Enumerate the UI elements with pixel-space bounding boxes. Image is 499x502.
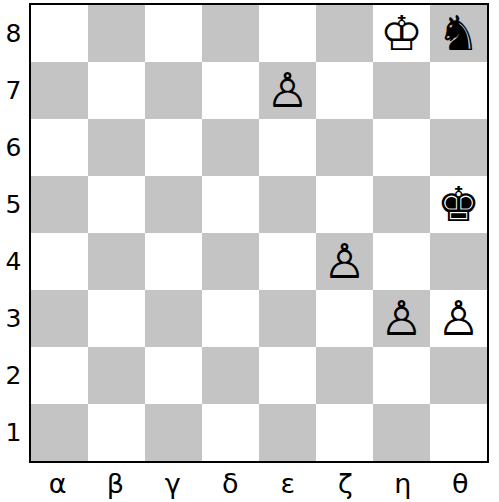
square-c7[interactable]: [145, 62, 202, 119]
piece-white-pawn[interactable]: ♙: [259, 62, 316, 119]
square-g8[interactable]: ♔: [373, 5, 430, 62]
file-label-a: α: [29, 464, 87, 502]
square-g7[interactable]: [373, 62, 430, 119]
piece-white-pawn[interactable]: ♙: [373, 290, 430, 347]
square-d7[interactable]: [202, 62, 259, 119]
square-e1[interactable]: [259, 404, 316, 461]
square-a2[interactable]: [31, 347, 88, 404]
piece-white-pawn[interactable]: ♙: [430, 290, 487, 347]
square-e7[interactable]: ♙: [259, 62, 316, 119]
square-h5[interactable]: ♚: [430, 176, 487, 233]
square-d5[interactable]: [202, 176, 259, 233]
square-f2[interactable]: [316, 347, 373, 404]
file-label-c: γ: [144, 464, 202, 502]
square-f8[interactable]: [316, 5, 373, 62]
square-h2[interactable]: [430, 347, 487, 404]
square-e4[interactable]: [259, 233, 316, 290]
square-e6[interactable]: [259, 119, 316, 176]
square-a5[interactable]: [31, 176, 88, 233]
square-g6[interactable]: [373, 119, 430, 176]
square-h1[interactable]: [430, 404, 487, 461]
square-g2[interactable]: [373, 347, 430, 404]
square-c6[interactable]: [145, 119, 202, 176]
file-label-h: θ: [432, 464, 490, 502]
square-g1[interactable]: [373, 404, 430, 461]
rank-label-5: 5: [0, 176, 27, 233]
rank-label-6: 6: [0, 119, 27, 176]
square-c8[interactable]: [145, 5, 202, 62]
square-b8[interactable]: [88, 5, 145, 62]
square-e3[interactable]: [259, 290, 316, 347]
chess-board[interactable]: ♔♞♙♚♙♙♙: [29, 3, 489, 463]
square-a3[interactable]: [31, 290, 88, 347]
square-h8[interactable]: ♞: [430, 5, 487, 62]
square-a4[interactable]: [31, 233, 88, 290]
rank-label-1: 1: [0, 404, 27, 461]
square-f7[interactable]: [316, 62, 373, 119]
file-label-b: β: [87, 464, 145, 502]
piece-black-king[interactable]: ♚: [430, 176, 487, 233]
square-a8[interactable]: [31, 5, 88, 62]
square-b7[interactable]: [88, 62, 145, 119]
piece-black-knight[interactable]: ♞: [430, 5, 487, 62]
piece-white-king[interactable]: ♔: [373, 5, 430, 62]
rank-label-3: 3: [0, 290, 27, 347]
square-c3[interactable]: [145, 290, 202, 347]
square-h4[interactable]: [430, 233, 487, 290]
file-label-g: η: [374, 464, 432, 502]
square-e2[interactable]: [259, 347, 316, 404]
square-d1[interactable]: [202, 404, 259, 461]
square-h6[interactable]: [430, 119, 487, 176]
file-label-f: ζ: [317, 464, 375, 502]
square-c4[interactable]: [145, 233, 202, 290]
square-b2[interactable]: [88, 347, 145, 404]
rank-label-7: 7: [0, 62, 27, 119]
square-f4[interactable]: ♙: [316, 233, 373, 290]
square-b4[interactable]: [88, 233, 145, 290]
file-labels: αβγδεζηθ: [29, 464, 489, 502]
square-d8[interactable]: [202, 5, 259, 62]
square-d2[interactable]: [202, 347, 259, 404]
square-f5[interactable]: [316, 176, 373, 233]
square-f3[interactable]: [316, 290, 373, 347]
square-h7[interactable]: [430, 62, 487, 119]
square-b1[interactable]: [88, 404, 145, 461]
square-b3[interactable]: [88, 290, 145, 347]
square-c5[interactable]: [145, 176, 202, 233]
square-h3[interactable]: ♙: [430, 290, 487, 347]
square-g3[interactable]: ♙: [373, 290, 430, 347]
square-e8[interactable]: [259, 5, 316, 62]
file-label-d: δ: [202, 464, 260, 502]
square-c1[interactable]: [145, 404, 202, 461]
square-d4[interactable]: [202, 233, 259, 290]
rank-label-8: 8: [0, 5, 27, 62]
square-e5[interactable]: [259, 176, 316, 233]
chess-diagram: 87654321 ♔♞♙♚♙♙♙ αβγδεζηθ: [0, 0, 499, 502]
rank-label-4: 4: [0, 233, 27, 290]
square-d3[interactable]: [202, 290, 259, 347]
rank-labels: 87654321: [0, 5, 27, 461]
square-a1[interactable]: [31, 404, 88, 461]
square-b5[interactable]: [88, 176, 145, 233]
piece-white-pawn[interactable]: ♙: [316, 233, 373, 290]
rank-label-2: 2: [0, 347, 27, 404]
square-d6[interactable]: [202, 119, 259, 176]
square-a6[interactable]: [31, 119, 88, 176]
square-c2[interactable]: [145, 347, 202, 404]
square-g4[interactable]: [373, 233, 430, 290]
square-b6[interactable]: [88, 119, 145, 176]
square-f1[interactable]: [316, 404, 373, 461]
square-f6[interactable]: [316, 119, 373, 176]
file-label-e: ε: [259, 464, 317, 502]
square-a7[interactable]: [31, 62, 88, 119]
square-g5[interactable]: [373, 176, 430, 233]
